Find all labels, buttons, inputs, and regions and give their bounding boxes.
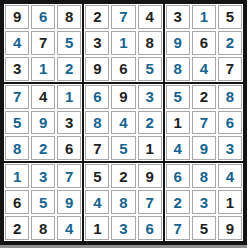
cell-digit: 4 <box>119 115 127 130</box>
cell-digit: 4 <box>226 169 234 184</box>
cell-digit: 2 <box>65 61 73 76</box>
cell-r2c8[interactable]: 6 <box>192 31 216 55</box>
cell-r9c1[interactable]: 2 <box>5 216 29 240</box>
cell-r4c6[interactable]: 3 <box>138 85 162 109</box>
cell-r2c4[interactable]: 3 <box>85 31 109 55</box>
cell-r9c3[interactable]: 4 <box>57 216 81 240</box>
cell-digit: 3 <box>145 89 153 104</box>
cell-digit: 7 <box>174 221 182 236</box>
cell-digit: 3 <box>226 141 234 156</box>
cell-digit: 7 <box>39 35 47 50</box>
cell-r6c6[interactable]: 1 <box>138 136 162 160</box>
box-1: 968475312 <box>3 3 83 83</box>
cell-digit: 8 <box>65 9 73 24</box>
cell-digit: 2 <box>119 169 127 184</box>
cell-r9c6[interactable]: 6 <box>138 216 162 240</box>
cell-r7c3[interactable]: 7 <box>57 164 81 188</box>
cell-digit: 1 <box>13 169 21 184</box>
cell-r7c4[interactable]: 5 <box>85 164 109 188</box>
cell-r4c8[interactable]: 2 <box>192 85 216 109</box>
cell-digit: 5 <box>39 195 47 210</box>
cell-digit: 4 <box>200 61 208 76</box>
cell-r8c4[interactable]: 4 <box>85 190 109 214</box>
cell-digit: 2 <box>93 9 101 24</box>
cell-digit: 7 <box>226 61 234 76</box>
cell-digit: 5 <box>13 115 21 130</box>
cell-digit: 6 <box>145 221 153 236</box>
cell-r6c5[interactable]: 5 <box>111 136 135 160</box>
cell-r9c8[interactable]: 5 <box>192 216 216 240</box>
cell-r3c1[interactable]: 3 <box>5 57 29 81</box>
cell-r2c5[interactable]: 1 <box>111 31 135 55</box>
cell-digit: 7 <box>119 9 127 24</box>
cell-digit: 2 <box>145 115 153 130</box>
cell-digit: 1 <box>93 221 101 236</box>
cell-digit: 7 <box>93 141 101 156</box>
cell-digit: 7 <box>65 169 73 184</box>
cell-r8c7[interactable]: 2 <box>166 190 190 214</box>
cell-r3c6[interactable]: 5 <box>138 57 162 81</box>
cell-r4c9[interactable]: 8 <box>218 85 242 109</box>
cell-digit: 1 <box>119 35 127 50</box>
cell-r5c5[interactable]: 4 <box>111 111 135 135</box>
cell-digit: 6 <box>200 35 208 50</box>
cell-digit: 1 <box>145 141 153 156</box>
cell-r7c5[interactable]: 2 <box>111 164 135 188</box>
cell-r1c2[interactable]: 6 <box>31 5 55 29</box>
cell-digit: 3 <box>39 169 47 184</box>
cell-r5c7[interactable]: 1 <box>166 111 190 135</box>
cell-r6c4[interactable]: 7 <box>85 136 109 160</box>
cell-r6c3[interactable]: 6 <box>57 136 81 160</box>
cell-r2c2[interactable]: 7 <box>31 31 55 55</box>
box-8: 529487136 <box>83 162 163 242</box>
sudoku-board: 968475312 274318965 315962847 741593826 … <box>0 0 247 245</box>
cell-r1c7[interactable]: 3 <box>166 5 190 29</box>
cell-r5c6[interactable]: 2 <box>138 111 162 135</box>
cell-r5c2[interactable]: 9 <box>31 111 55 135</box>
cell-digit: 6 <box>13 195 21 210</box>
cell-digit: 2 <box>200 89 208 104</box>
cell-digit: 6 <box>119 61 127 76</box>
cell-r4c5[interactable]: 9 <box>111 85 135 109</box>
cell-r3c3[interactable]: 2 <box>57 57 81 81</box>
cell-r8c6[interactable]: 7 <box>138 190 162 214</box>
cell-r5c3[interactable]: 3 <box>57 111 81 135</box>
box-4: 741593826 <box>3 83 83 163</box>
box-3: 315962847 <box>164 3 244 83</box>
cell-digit: 3 <box>174 9 182 24</box>
cell-r7c7[interactable]: 6 <box>166 164 190 188</box>
cell-r1c3[interactable]: 8 <box>57 5 81 29</box>
cell-digit: 7 <box>13 89 21 104</box>
cell-r9c2[interactable]: 8 <box>31 216 55 240</box>
cell-digit: 5 <box>119 141 127 156</box>
cell-r3c4[interactable]: 9 <box>85 57 109 81</box>
cell-r1c4[interactable]: 2 <box>85 5 109 29</box>
cell-digit: 4 <box>145 9 153 24</box>
cell-digit: 9 <box>200 141 208 156</box>
cell-r1c6[interactable]: 4 <box>138 5 162 29</box>
cell-r9c7[interactable]: 7 <box>166 216 190 240</box>
cell-digit: 8 <box>13 141 21 156</box>
cell-r5c8[interactable]: 7 <box>192 111 216 135</box>
cell-digit: 5 <box>200 221 208 236</box>
cell-digit: 5 <box>65 35 73 50</box>
cell-digit: 2 <box>174 195 182 210</box>
cell-digit: 8 <box>93 115 101 130</box>
cell-r7c8[interactable]: 8 <box>192 164 216 188</box>
cell-digit: 8 <box>226 89 234 104</box>
cell-r6c2[interactable]: 2 <box>31 136 55 160</box>
cell-digit: 2 <box>13 221 21 236</box>
cell-digit: 9 <box>145 169 153 184</box>
cell-r4c7[interactable]: 5 <box>166 85 190 109</box>
cell-r8c8[interactable]: 3 <box>192 190 216 214</box>
cell-r1c8[interactable]: 1 <box>192 5 216 29</box>
cell-r4c2[interactable]: 4 <box>31 85 55 109</box>
cell-r9c9[interactable]: 9 <box>218 216 242 240</box>
cell-r6c7[interactable]: 4 <box>166 136 190 160</box>
cell-r7c1[interactable]: 1 <box>5 164 29 188</box>
cell-digit: 3 <box>119 221 127 236</box>
cell-digit: 6 <box>39 9 47 24</box>
cell-digit: 1 <box>174 115 182 130</box>
box-6: 528176493 <box>164 83 244 163</box>
cell-digit: 1 <box>226 195 234 210</box>
cell-r4c1[interactable]: 7 <box>5 85 29 109</box>
cell-r8c3[interactable]: 9 <box>57 190 81 214</box>
cell-r2c3[interactable]: 5 <box>57 31 81 55</box>
cell-digit: 1 <box>65 89 73 104</box>
cell-digit: 3 <box>13 61 21 76</box>
cell-r1c5[interactable]: 7 <box>111 5 135 29</box>
cell-r3c7[interactable]: 8 <box>166 57 190 81</box>
cell-digit: 2 <box>226 35 234 50</box>
cell-r3c9[interactable]: 7 <box>218 57 242 81</box>
cell-r8c2[interactable]: 5 <box>31 190 55 214</box>
cell-digit: 9 <box>13 9 21 24</box>
cell-r8c5[interactable]: 8 <box>111 190 135 214</box>
cell-r2c6[interactable]: 8 <box>138 31 162 55</box>
cell-r2c9[interactable]: 2 <box>218 31 242 55</box>
cell-digit: 5 <box>226 9 234 24</box>
box-5: 693842751 <box>83 83 163 163</box>
cell-digit: 6 <box>93 89 101 104</box>
cell-r6c8[interactable]: 9 <box>192 136 216 160</box>
cell-r5c1[interactable]: 5 <box>5 111 29 135</box>
cell-digit: 4 <box>174 141 182 156</box>
cell-r3c2[interactable]: 1 <box>31 57 55 81</box>
cell-r5c9[interactable]: 6 <box>218 111 242 135</box>
cell-digit: 5 <box>145 61 153 76</box>
cell-digit: 6 <box>65 141 73 156</box>
box-7: 137659284 <box>3 162 83 242</box>
cell-r7c9[interactable]: 4 <box>218 164 242 188</box>
cell-r8c1[interactable]: 6 <box>5 190 29 214</box>
cell-digit: 4 <box>13 35 21 50</box>
cell-digit: 1 <box>39 61 47 76</box>
cell-digit: 9 <box>174 35 182 50</box>
cell-r7c6[interactable]: 9 <box>138 164 162 188</box>
cell-digit: 7 <box>200 115 208 130</box>
cell-r3c8[interactable]: 4 <box>192 57 216 81</box>
cell-r2c1[interactable]: 4 <box>5 31 29 55</box>
cell-digit: 2 <box>39 141 47 156</box>
cell-digit: 5 <box>174 89 182 104</box>
cell-r8c9[interactable]: 1 <box>218 190 242 214</box>
cell-digit: 3 <box>200 195 208 210</box>
box-2: 274318965 <box>83 3 163 83</box>
cell-r6c9[interactable]: 3 <box>218 136 242 160</box>
cell-digit: 8 <box>145 35 153 50</box>
box-9: 684231759 <box>164 162 244 242</box>
cell-r4c3[interactable]: 1 <box>57 85 81 109</box>
cell-digit: 8 <box>39 221 47 236</box>
cell-r9c4[interactable]: 1 <box>85 216 109 240</box>
cell-r1c9[interactable]: 5 <box>218 5 242 29</box>
cell-r4c4[interactable]: 6 <box>85 85 109 109</box>
cell-r3c5[interactable]: 6 <box>111 57 135 81</box>
cell-r5c4[interactable]: 8 <box>85 111 109 135</box>
cell-digit: 7 <box>145 195 153 210</box>
cell-digit: 9 <box>39 115 47 130</box>
cell-digit: 3 <box>93 35 101 50</box>
cell-digit: 1 <box>200 9 208 24</box>
cell-digit: 6 <box>174 169 182 184</box>
cell-digit: 8 <box>200 169 208 184</box>
cell-digit: 4 <box>93 195 101 210</box>
cell-digit: 4 <box>65 221 73 236</box>
cell-digit: 9 <box>65 195 73 210</box>
cell-digit: 8 <box>119 195 127 210</box>
cell-digit: 9 <box>226 221 234 236</box>
cell-digit: 4 <box>39 89 47 104</box>
cell-digit: 9 <box>93 61 101 76</box>
cell-digit: 3 <box>65 115 73 130</box>
cell-digit: 9 <box>119 89 127 104</box>
cell-r6c1[interactable]: 8 <box>5 136 29 160</box>
cell-r7c2[interactable]: 3 <box>31 164 55 188</box>
cell-digit: 8 <box>174 61 182 76</box>
cell-r1c1[interactable]: 9 <box>5 5 29 29</box>
cell-r9c5[interactable]: 3 <box>111 216 135 240</box>
cell-digit: 5 <box>93 169 101 184</box>
cell-r2c7[interactable]: 9 <box>166 31 190 55</box>
cell-digit: 6 <box>226 115 234 130</box>
